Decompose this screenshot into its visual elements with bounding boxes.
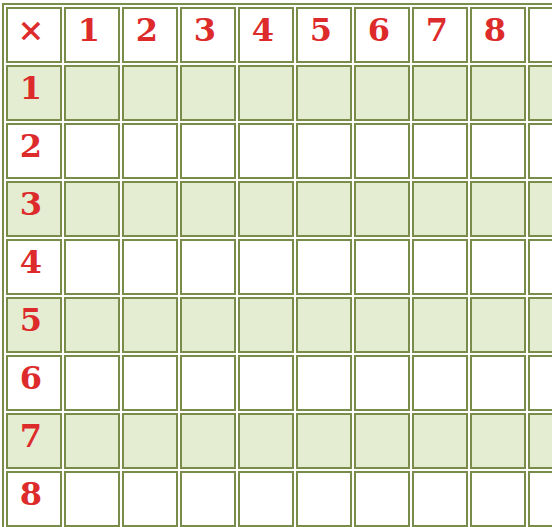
product-cell[interactable] [238, 413, 294, 469]
product-cell[interactable] [528, 355, 552, 411]
operator-cell: × [6, 7, 62, 63]
product-cell[interactable] [470, 65, 526, 121]
col-header-cell: 4 [238, 7, 294, 63]
product-cell[interactable] [238, 123, 294, 179]
product-cell[interactable] [296, 471, 352, 527]
product-cell[interactable] [354, 123, 410, 179]
product-cell[interactable] [354, 239, 410, 295]
product-cell[interactable] [180, 123, 236, 179]
product-cell[interactable] [354, 355, 410, 411]
product-cell[interactable] [412, 413, 468, 469]
product-cell[interactable] [354, 413, 410, 469]
product-cell[interactable] [528, 297, 552, 353]
product-cell[interactable] [180, 413, 236, 469]
product-cell[interactable] [528, 123, 552, 179]
col-header-cell: 1 [64, 7, 120, 63]
product-cell[interactable] [412, 123, 468, 179]
product-cell[interactable] [64, 181, 120, 237]
product-cell[interactable] [122, 471, 178, 527]
product-cell[interactable] [354, 471, 410, 527]
product-cell[interactable] [296, 181, 352, 237]
product-cell[interactable] [122, 181, 178, 237]
row-label-cell: 6 [6, 355, 62, 411]
product-cell[interactable] [412, 297, 468, 353]
product-cell[interactable] [470, 297, 526, 353]
product-cell[interactable] [296, 239, 352, 295]
product-cell[interactable] [122, 297, 178, 353]
col-header-cell: 3 [180, 7, 236, 63]
product-cell[interactable] [412, 65, 468, 121]
product-cell[interactable] [180, 239, 236, 295]
product-cell[interactable] [470, 239, 526, 295]
product-cell[interactable] [354, 297, 410, 353]
multiplication-grid: ×1234567812345678 [2, 3, 552, 527]
product-cell[interactable] [470, 413, 526, 469]
col-header-cell: 7 [412, 7, 468, 63]
product-cell[interactable] [180, 297, 236, 353]
product-cell[interactable] [64, 355, 120, 411]
product-cell[interactable] [528, 471, 552, 527]
product-cell[interactable] [296, 65, 352, 121]
product-cell[interactable] [354, 65, 410, 121]
product-cell[interactable] [528, 239, 552, 295]
product-cell[interactable] [296, 413, 352, 469]
product-cell[interactable] [238, 471, 294, 527]
product-cell[interactable] [296, 123, 352, 179]
product-cell[interactable] [180, 65, 236, 121]
row-label-cell: 3 [6, 181, 62, 237]
product-cell[interactable] [296, 297, 352, 353]
product-cell[interactable] [64, 297, 120, 353]
row-label-cell: 4 [6, 239, 62, 295]
product-cell[interactable] [528, 413, 552, 469]
row-label-cell: 1 [6, 65, 62, 121]
product-cell[interactable] [296, 355, 352, 411]
product-cell[interactable] [470, 471, 526, 527]
product-cell[interactable] [122, 355, 178, 411]
row-label-cell: 7 [6, 413, 62, 469]
product-cell[interactable] [412, 355, 468, 411]
product-cell[interactable] [180, 355, 236, 411]
product-cell[interactable] [528, 65, 552, 121]
product-cell[interactable] [412, 181, 468, 237]
product-cell[interactable] [238, 355, 294, 411]
product-cell[interactable] [238, 65, 294, 121]
product-cell[interactable] [238, 181, 294, 237]
col-header-cell: 2 [122, 7, 178, 63]
product-cell[interactable] [122, 239, 178, 295]
product-cell[interactable] [180, 471, 236, 527]
product-cell[interactable] [122, 65, 178, 121]
product-cell[interactable] [354, 181, 410, 237]
product-cell[interactable] [180, 181, 236, 237]
product-cell[interactable] [64, 239, 120, 295]
product-cell[interactable] [528, 181, 552, 237]
product-cell[interactable] [470, 123, 526, 179]
col-header-cell: 8 [470, 7, 526, 63]
row-label-cell: 8 [6, 471, 62, 527]
product-cell[interactable] [64, 123, 120, 179]
product-cell[interactable] [64, 65, 120, 121]
col-header-cell: 5 [296, 7, 352, 63]
product-cell[interactable] [122, 413, 178, 469]
product-cell[interactable] [412, 239, 468, 295]
product-cell[interactable] [64, 471, 120, 527]
row-label-cell: 2 [6, 123, 62, 179]
product-cell[interactable] [470, 181, 526, 237]
product-cell[interactable] [470, 355, 526, 411]
col-header-cell [528, 7, 552, 63]
product-cell[interactable] [122, 123, 178, 179]
product-cell[interactable] [412, 471, 468, 527]
product-cell[interactable] [64, 413, 120, 469]
col-header-cell: 6 [354, 7, 410, 63]
row-label-cell: 5 [6, 297, 62, 353]
product-cell[interactable] [238, 297, 294, 353]
product-cell[interactable] [238, 239, 294, 295]
